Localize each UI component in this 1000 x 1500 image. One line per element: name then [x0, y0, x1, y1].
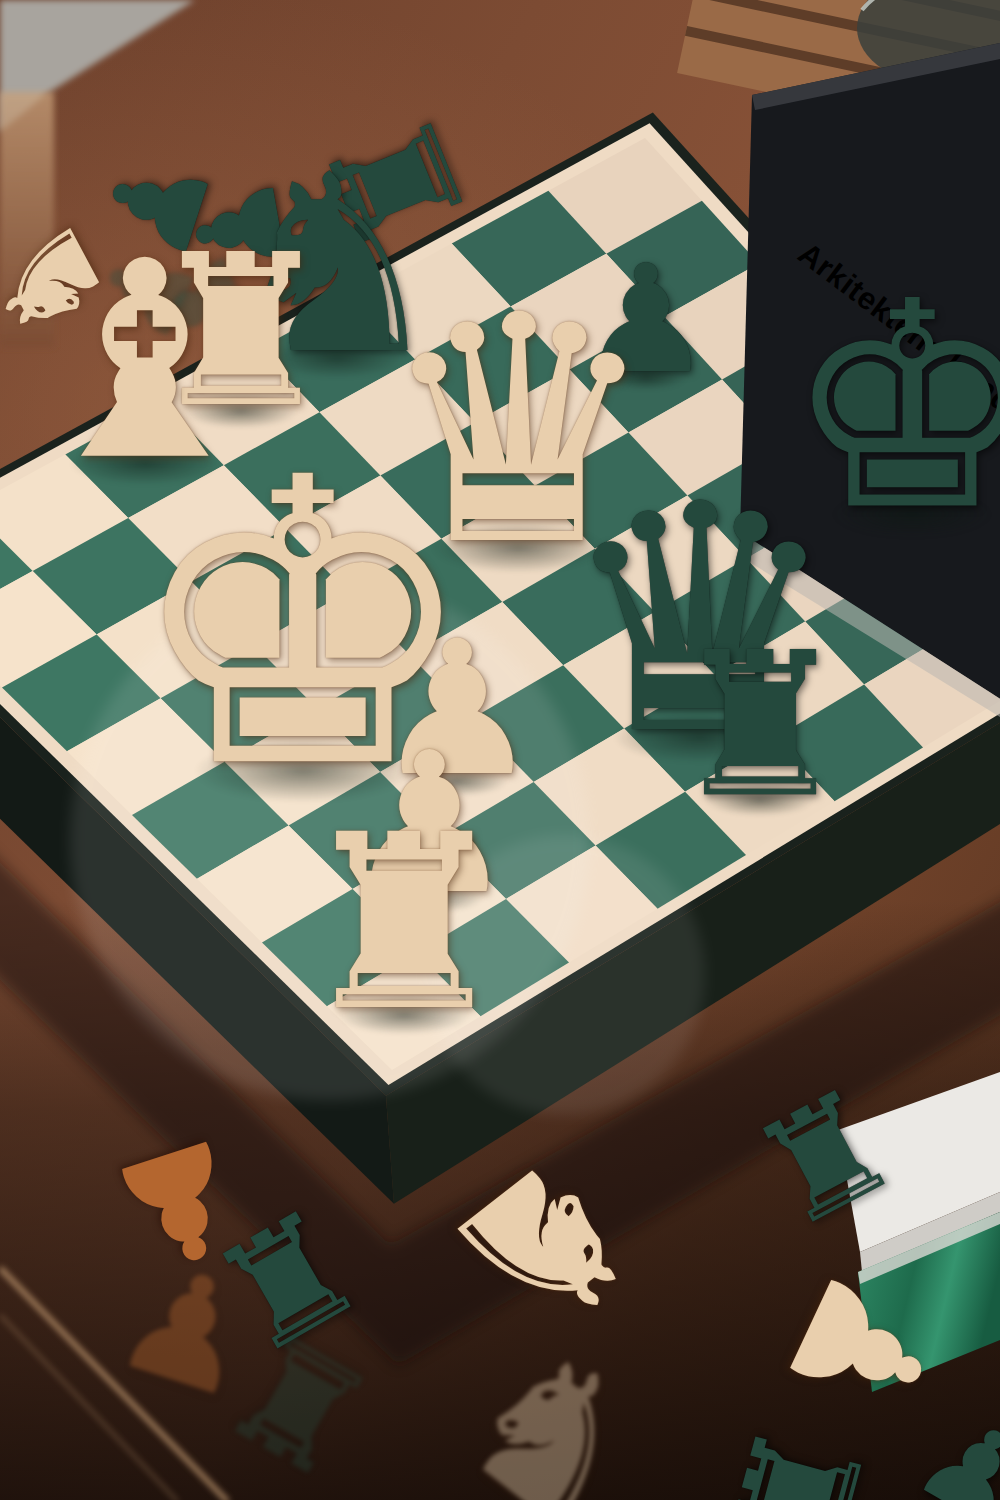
photo-chess-scene: { "game": "chess", "position": { "fen": …: [0, 0, 1000, 1500]
white-rook-h1[interactable]: ♜: [296, 803, 513, 1045]
green-rook-h5[interactable]: ♜: [671, 625, 849, 824]
